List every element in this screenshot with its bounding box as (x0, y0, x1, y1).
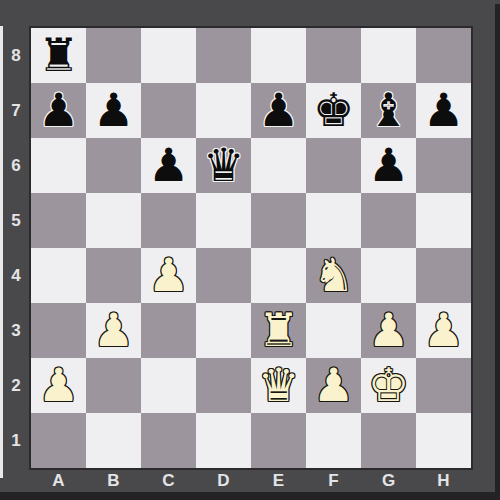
square-d2[interactable] (196, 358, 251, 413)
square-h5[interactable] (416, 193, 471, 248)
square-g7[interactable]: ♝︎ (361, 83, 416, 138)
square-a6[interactable] (31, 138, 86, 193)
piece-white-rook[interactable]: ♜︎ (258, 303, 299, 358)
piece-white-pawn[interactable]: ♟︎ (313, 358, 354, 413)
square-g2[interactable]: ♚︎ (361, 358, 416, 413)
board-frame: 87654321 ♜︎♟︎♟︎♟︎♚︎♝︎♟︎♟︎♛︎♟︎♟︎♞︎♟︎♜︎♟︎♟… (0, 0, 500, 500)
square-c2[interactable] (141, 358, 196, 413)
square-d8[interactable] (196, 28, 251, 83)
square-c8[interactable] (141, 28, 196, 83)
square-g6[interactable]: ♟︎ (361, 138, 416, 193)
file-label-c: C (141, 468, 196, 494)
square-f4[interactable]: ♞︎ (306, 248, 361, 303)
piece-white-king[interactable]: ♚︎ (368, 358, 409, 413)
piece-black-pawn[interactable]: ♟︎ (93, 83, 134, 138)
rank-label-3: 3 (5, 303, 27, 358)
piece-white-pawn[interactable]: ♟︎ (38, 358, 79, 413)
square-h6[interactable] (416, 138, 471, 193)
chess-board: ♜︎♟︎♟︎♟︎♚︎♝︎♟︎♟︎♛︎♟︎♟︎♞︎♟︎♜︎♟︎♟︎♟︎♛︎♟︎♚︎ (31, 28, 471, 468)
rank-label-8: 8 (5, 28, 27, 83)
square-g4[interactable] (361, 248, 416, 303)
rank-label-7: 7 (5, 83, 27, 138)
square-a7[interactable]: ♟︎ (31, 83, 86, 138)
square-e7[interactable]: ♟︎ (251, 83, 306, 138)
rank-labels: 87654321 (5, 28, 27, 468)
square-f8[interactable] (306, 28, 361, 83)
square-b8[interactable] (86, 28, 141, 83)
rank-label-4: 4 (5, 248, 27, 303)
square-d3[interactable] (196, 303, 251, 358)
piece-white-pawn[interactable]: ♟︎ (148, 248, 189, 303)
rank-label-2: 2 (5, 358, 27, 413)
square-d4[interactable] (196, 248, 251, 303)
piece-black-pawn[interactable]: ♟︎ (368, 138, 409, 193)
square-g5[interactable] (361, 193, 416, 248)
square-b7[interactable]: ♟︎ (86, 83, 141, 138)
file-label-a: A (31, 468, 86, 494)
square-h1[interactable] (416, 413, 471, 468)
frame-shadow-right (495, 4, 500, 500)
square-a2[interactable]: ♟︎ (31, 358, 86, 413)
square-f6[interactable] (306, 138, 361, 193)
piece-white-queen[interactable]: ♛︎ (258, 358, 299, 413)
piece-black-king[interactable]: ♚︎ (313, 83, 354, 138)
square-f1[interactable] (306, 413, 361, 468)
rank-label-1: 1 (5, 413, 27, 468)
square-g8[interactable] (361, 28, 416, 83)
rank-label-6: 6 (5, 138, 27, 193)
square-c1[interactable] (141, 413, 196, 468)
square-b4[interactable] (86, 248, 141, 303)
square-a8[interactable]: ♜︎ (31, 28, 86, 83)
square-c7[interactable] (141, 83, 196, 138)
square-d6[interactable]: ♛︎ (196, 138, 251, 193)
piece-black-pawn[interactable]: ♟︎ (148, 138, 189, 193)
square-h7[interactable]: ♟︎ (416, 83, 471, 138)
frame-highlight-left (0, 26, 3, 478)
square-h4[interactable] (416, 248, 471, 303)
file-labels: ABCDEFGH (31, 468, 471, 494)
piece-black-bishop[interactable]: ♝︎ (368, 83, 409, 138)
square-e6[interactable] (251, 138, 306, 193)
square-f7[interactable]: ♚︎ (306, 83, 361, 138)
square-a4[interactable] (31, 248, 86, 303)
square-d5[interactable] (196, 193, 251, 248)
piece-white-knight[interactable]: ♞︎ (313, 248, 354, 303)
file-label-e: E (251, 468, 306, 494)
square-e3[interactable]: ♜︎ (251, 303, 306, 358)
file-label-d: D (196, 468, 251, 494)
piece-black-pawn[interactable]: ♟︎ (258, 83, 299, 138)
square-d1[interactable] (196, 413, 251, 468)
square-a1[interactable] (31, 413, 86, 468)
square-d7[interactable] (196, 83, 251, 138)
file-label-b: B (86, 468, 141, 494)
square-g3[interactable]: ♟︎ (361, 303, 416, 358)
file-label-h: H (416, 468, 471, 494)
square-b6[interactable] (86, 138, 141, 193)
square-h8[interactable] (416, 28, 471, 83)
piece-white-pawn[interactable]: ♟︎ (423, 303, 464, 358)
square-c5[interactable] (141, 193, 196, 248)
square-b3[interactable]: ♟︎ (86, 303, 141, 358)
square-f2[interactable]: ♟︎ (306, 358, 361, 413)
square-b1[interactable] (86, 413, 141, 468)
rank-label-5: 5 (5, 193, 27, 248)
square-a3[interactable] (31, 303, 86, 358)
square-a5[interactable] (31, 193, 86, 248)
square-f3[interactable] (306, 303, 361, 358)
square-e8[interactable] (251, 28, 306, 83)
piece-black-queen[interactable]: ♛︎ (203, 138, 244, 193)
file-label-f: F (306, 468, 361, 494)
square-b5[interactable] (86, 193, 141, 248)
square-h3[interactable]: ♟︎ (416, 303, 471, 358)
board-border: ♜︎♟︎♟︎♟︎♚︎♝︎♟︎♟︎♛︎♟︎♟︎♞︎♟︎♜︎♟︎♟︎♟︎♛︎♟︎♚︎ (29, 26, 473, 470)
square-e5[interactable] (251, 193, 306, 248)
square-g1[interactable] (361, 413, 416, 468)
square-e1[interactable] (251, 413, 306, 468)
square-b2[interactable] (86, 358, 141, 413)
piece-white-pawn[interactable]: ♟︎ (368, 303, 409, 358)
piece-black-rook[interactable]: ♜︎ (38, 28, 79, 83)
piece-white-pawn[interactable]: ♟︎ (93, 303, 134, 358)
square-e2[interactable]: ♛︎ (251, 358, 306, 413)
piece-black-pawn[interactable]: ♟︎ (38, 83, 79, 138)
square-c3[interactable] (141, 303, 196, 358)
file-label-g: G (361, 468, 416, 494)
square-c4[interactable]: ♟︎ (141, 248, 196, 303)
square-f5[interactable] (306, 193, 361, 248)
piece-black-pawn[interactable]: ♟︎ (423, 83, 464, 138)
square-c6[interactable]: ♟︎ (141, 138, 196, 193)
square-h2[interactable] (416, 358, 471, 413)
square-e4[interactable] (251, 248, 306, 303)
